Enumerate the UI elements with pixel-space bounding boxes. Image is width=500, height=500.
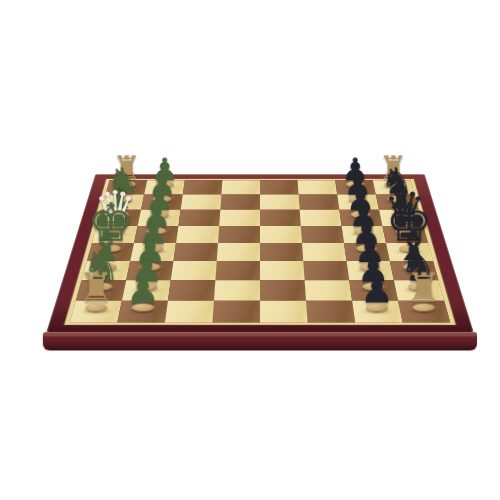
square-e4[interactable]	[217, 243, 260, 261]
square-h5[interactable]	[260, 301, 308, 323]
square-g5[interactable]	[260, 280, 306, 300]
square-h4[interactable]	[212, 301, 260, 323]
chess-board: ♜♟♟♜♞♟♟♞♝♟♟♝♛♟♟♛♚♟♟♚♝♟♟♝♞♟♟♞♜♟♟♜	[46, 174, 473, 332]
square-c4[interactable]	[219, 210, 260, 226]
piece-base	[413, 304, 435, 312]
white-rook-glyph: ♜	[78, 268, 114, 308]
black-rook-glyph: ♜	[406, 268, 442, 308]
piece-base	[85, 304, 107, 312]
white-pawn-glyph: ♟	[126, 270, 160, 308]
square-b4[interactable]	[220, 195, 260, 210]
black-pawn-glyph: ♟	[360, 270, 394, 308]
piece-base	[132, 304, 154, 312]
square-a5[interactable]	[260, 180, 299, 194]
square-d5[interactable]	[260, 226, 302, 243]
square-e5[interactable]	[260, 243, 303, 261]
white-pawn-h2[interactable]: ♟	[112, 270, 174, 311]
piece-base	[366, 304, 388, 312]
square-f5[interactable]	[260, 261, 305, 280]
square-f4[interactable]	[215, 261, 260, 280]
square-g4[interactable]	[214, 280, 260, 300]
square-a4[interactable]	[221, 180, 260, 194]
black-rook-h8[interactable]: ♜	[393, 268, 455, 311]
square-h8[interactable]: ♜	[398, 301, 450, 323]
square-c5[interactable]	[260, 210, 301, 226]
board-front-edge-molding	[43, 332, 477, 350]
square-b5[interactable]	[260, 195, 300, 210]
board-squares-grid: ♜♟♟♜♞♟♟♞♝♟♟♝♛♟♟♛♚♟♟♚♝♟♟♝♞♟♟♞♜♟♟♜	[65, 179, 456, 325]
square-d4[interactable]	[218, 226, 260, 243]
square-h2[interactable]: ♟	[117, 301, 168, 323]
chess-set-photo: ♜♟♟♜♞♟♟♞♝♟♟♝♛♟♟♛♚♟♟♚♝♟♟♝♞♟♟♞♜♟♟♜	[0, 0, 500, 500]
